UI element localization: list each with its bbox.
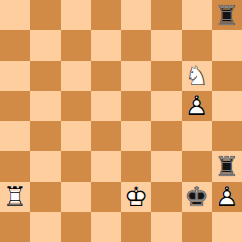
square-g1[interactable]: [182, 212, 212, 242]
black-rook-outline-glyph: ♖: [212, 151, 242, 181]
square-b2[interactable]: [30, 182, 60, 212]
square-a1[interactable]: [0, 212, 30, 242]
square-a5[interactable]: [0, 91, 30, 121]
square-c7[interactable]: [61, 30, 91, 60]
square-a4[interactable]: [0, 121, 30, 151]
white-knight-outline-glyph: ♘: [182, 61, 212, 91]
white-rook-outline-glyph: ♖: [0, 182, 30, 212]
square-g6[interactable]: ♞♘: [182, 61, 212, 91]
square-e6[interactable]: [121, 61, 151, 91]
square-c3[interactable]: [61, 151, 91, 181]
square-d5[interactable]: [91, 91, 121, 121]
square-d6[interactable]: [91, 61, 121, 91]
piece-black-rook[interactable]: ♜♖: [212, 0, 242, 30]
square-d8[interactable]: [91, 0, 121, 30]
square-g8[interactable]: [182, 0, 212, 30]
square-g3[interactable]: [182, 151, 212, 181]
square-e2[interactable]: ♚♔: [121, 182, 151, 212]
square-f1[interactable]: [151, 212, 181, 242]
square-a6[interactable]: [0, 61, 30, 91]
square-h6[interactable]: [212, 61, 242, 91]
square-c2[interactable]: [61, 182, 91, 212]
square-e1[interactable]: [121, 212, 151, 242]
square-f8[interactable]: [151, 0, 181, 30]
square-a8[interactable]: [0, 0, 30, 30]
square-f5[interactable]: [151, 91, 181, 121]
square-h4[interactable]: [212, 121, 242, 151]
square-f4[interactable]: [151, 121, 181, 151]
square-f7[interactable]: [151, 30, 181, 60]
square-g5[interactable]: ♟♙: [182, 91, 212, 121]
square-d2[interactable]: [91, 182, 121, 212]
square-c4[interactable]: [61, 121, 91, 151]
piece-white-rook[interactable]: ♜♖: [0, 182, 30, 212]
square-f6[interactable]: [151, 61, 181, 91]
square-d3[interactable]: [91, 151, 121, 181]
square-e7[interactable]: [121, 30, 151, 60]
square-b1[interactable]: [30, 212, 60, 242]
square-a7[interactable]: [0, 30, 30, 60]
square-h1[interactable]: [212, 212, 242, 242]
square-c8[interactable]: [61, 0, 91, 30]
square-f3[interactable]: [151, 151, 181, 181]
white-pawn-outline-glyph: ♙: [182, 91, 212, 121]
square-h8[interactable]: ♜♖: [212, 0, 242, 30]
square-g2[interactable]: ♚♔: [182, 182, 212, 212]
piece-white-pawn[interactable]: ♟♙: [182, 91, 212, 121]
square-e4[interactable]: [121, 121, 151, 151]
square-b6[interactable]: [30, 61, 60, 91]
square-h2[interactable]: ♟♙: [212, 182, 242, 212]
white-king-outline-glyph: ♔: [121, 182, 151, 212]
square-g7[interactable]: [182, 30, 212, 60]
black-king-outline-glyph: ♔: [182, 182, 212, 212]
square-e3[interactable]: [121, 151, 151, 181]
square-a3[interactable]: [0, 151, 30, 181]
square-c6[interactable]: [61, 61, 91, 91]
square-b5[interactable]: [30, 91, 60, 121]
square-h7[interactable]: [212, 30, 242, 60]
white-pawn-outline-glyph: ♙: [212, 182, 242, 212]
square-h3[interactable]: ♜♖: [212, 151, 242, 181]
square-d7[interactable]: [91, 30, 121, 60]
square-g4[interactable]: [182, 121, 212, 151]
square-f2[interactable]: [151, 182, 181, 212]
piece-white-king[interactable]: ♚♔: [121, 182, 151, 212]
square-b7[interactable]: [30, 30, 60, 60]
square-d1[interactable]: [91, 212, 121, 242]
square-a2[interactable]: ♜♖: [0, 182, 30, 212]
piece-black-king[interactable]: ♚♔: [182, 182, 212, 212]
square-b4[interactable]: [30, 121, 60, 151]
piece-black-rook[interactable]: ♜♖: [212, 151, 242, 181]
square-d4[interactable]: [91, 121, 121, 151]
square-e5[interactable]: [121, 91, 151, 121]
chess-board: ♜♖♞♘♟♙♜♖♜♖♚♔♚♔♟♙: [0, 0, 242, 242]
square-b8[interactable]: [30, 0, 60, 30]
piece-white-pawn[interactable]: ♟♙: [212, 182, 242, 212]
piece-white-knight[interactable]: ♞♘: [182, 61, 212, 91]
square-e8[interactable]: [121, 0, 151, 30]
black-rook-outline-glyph: ♖: [212, 0, 242, 30]
square-b3[interactable]: [30, 151, 60, 181]
square-h5[interactable]: [212, 91, 242, 121]
square-c1[interactable]: [61, 212, 91, 242]
square-c5[interactable]: [61, 91, 91, 121]
